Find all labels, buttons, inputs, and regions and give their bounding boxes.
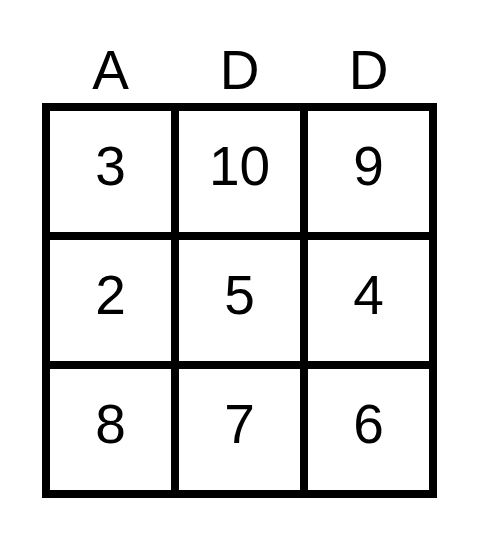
- cell-r1c3: 9: [308, 111, 429, 232]
- puzzle-grid: 3 10 9 2 5 4 8 7 6: [42, 103, 437, 498]
- cell-r3c1: 8: [50, 369, 171, 490]
- cell-r1c1: 3: [50, 111, 171, 232]
- cell-r2c3: 4: [308, 240, 429, 361]
- puzzle-page: A D D 3 10 9 2 5 4 8 7 6: [0, 0, 482, 544]
- cell-r3c2: 7: [179, 369, 300, 490]
- cell-r3c3: 6: [308, 369, 429, 490]
- cell-r2c1: 2: [50, 240, 171, 361]
- cell-r1c2: 10: [179, 111, 300, 232]
- column-labels: A D D: [42, 36, 437, 98]
- column-label-2: D: [179, 36, 300, 98]
- cell-r2c2: 5: [179, 240, 300, 361]
- column-label-3: D: [308, 36, 429, 98]
- column-label-1: A: [50, 36, 171, 98]
